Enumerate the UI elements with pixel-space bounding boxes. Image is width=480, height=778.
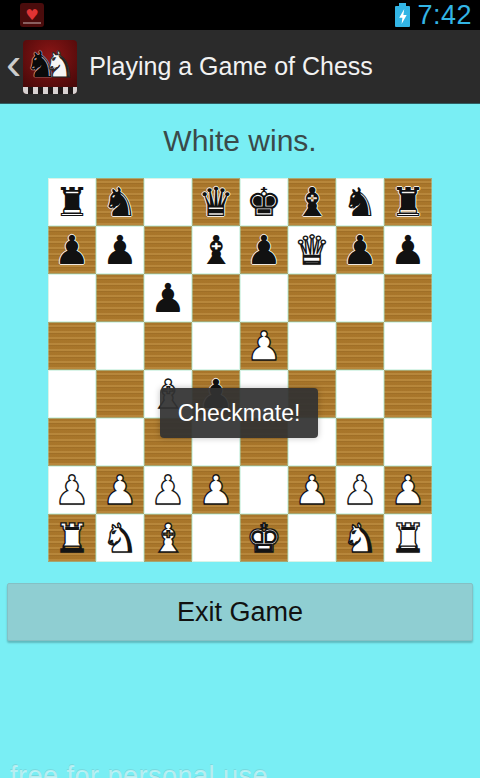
exit-game-button[interactable]: Exit Game	[7, 583, 473, 641]
piece-black-knight: ♞	[342, 182, 378, 222]
square-a3[interactable]	[48, 418, 96, 466]
square-g5[interactable]	[336, 322, 384, 370]
square-h3[interactable]	[384, 418, 432, 466]
square-b8[interactable]: ♞	[96, 178, 144, 226]
square-e8[interactable]: ♚	[240, 178, 288, 226]
piece-white-queen: ♛	[294, 230, 330, 270]
lightning-bolt-icon	[397, 9, 408, 24]
result-text: White wins.	[0, 124, 480, 158]
square-c5[interactable]	[144, 322, 192, 370]
page-title: Playing a Game of Chess	[89, 52, 372, 81]
piece-black-king: ♚	[246, 182, 282, 222]
chess-board: ♜♞♛♚♝♞♜♟♟♝♟♛♟♟♟♟♝♟♟♟♟♟♟♟♟♜♞♝♚♞♜	[48, 178, 432, 562]
square-f7[interactable]: ♛	[288, 226, 336, 274]
square-g8[interactable]: ♞	[336, 178, 384, 226]
square-h6[interactable]	[384, 274, 432, 322]
square-g1[interactable]: ♞	[336, 514, 384, 562]
checkmate-toast: Checkmate!	[160, 388, 318, 438]
square-c8[interactable]	[144, 178, 192, 226]
square-c6[interactable]: ♟	[144, 274, 192, 322]
square-a5[interactable]	[48, 322, 96, 370]
square-e7[interactable]: ♟	[240, 226, 288, 274]
piece-white-bishop: ♝	[150, 518, 186, 558]
square-g6[interactable]	[336, 274, 384, 322]
piece-white-king: ♚	[246, 518, 282, 558]
square-a8[interactable]: ♜	[48, 178, 96, 226]
watermark-text: free for personal use	[10, 761, 268, 778]
piece-white-rook: ♜	[390, 518, 426, 558]
square-d5[interactable]	[192, 322, 240, 370]
square-c1[interactable]: ♝	[144, 514, 192, 562]
square-a6[interactable]	[48, 274, 96, 322]
square-g7[interactable]: ♟	[336, 226, 384, 274]
square-d7[interactable]: ♝	[192, 226, 240, 274]
square-f1[interactable]	[288, 514, 336, 562]
piece-white-pawn: ♟	[342, 470, 378, 510]
piece-black-queen: ♛	[198, 182, 234, 222]
piece-white-pawn: ♟	[150, 470, 186, 510]
square-h2[interactable]: ♟	[384, 466, 432, 514]
square-b6[interactable]	[96, 274, 144, 322]
square-g3[interactable]	[336, 418, 384, 466]
piece-white-rook: ♜	[54, 518, 90, 558]
piece-black-rook: ♜	[54, 182, 90, 222]
square-b4[interactable]	[96, 370, 144, 418]
heart-icon: ♥	[25, 8, 38, 23]
piece-black-rook: ♜	[390, 182, 426, 222]
square-b2[interactable]: ♟	[96, 466, 144, 514]
square-e1[interactable]: ♚	[240, 514, 288, 562]
square-c7[interactable]	[144, 226, 192, 274]
piece-white-pawn: ♟	[294, 470, 330, 510]
piece-white-pawn: ♟	[198, 470, 234, 510]
square-d1[interactable]	[192, 514, 240, 562]
back-chevron-icon[interactable]: ‹	[6, 40, 21, 86]
square-b5[interactable]	[96, 322, 144, 370]
square-a1[interactable]: ♜	[48, 514, 96, 562]
piece-white-knight: ♞	[342, 518, 378, 558]
piece-white-pawn: ♟	[246, 326, 282, 366]
piece-white-pawn: ♟	[102, 470, 138, 510]
square-f6[interactable]	[288, 274, 336, 322]
piece-black-pawn: ♟	[150, 278, 186, 318]
battery-charging-icon	[395, 6, 410, 27]
notification-app-icon: ♥	[20, 3, 44, 27]
piece-black-pawn: ♟	[102, 230, 138, 270]
piece-black-pawn: ♟	[342, 230, 378, 270]
square-d2[interactable]: ♟	[192, 466, 240, 514]
square-b7[interactable]: ♟	[96, 226, 144, 274]
square-b3[interactable]	[96, 418, 144, 466]
exit-game-label: Exit Game	[177, 597, 303, 628]
piece-white-pawn: ♟	[54, 470, 90, 510]
square-h4[interactable]	[384, 370, 432, 418]
square-h8[interactable]: ♜	[384, 178, 432, 226]
square-a2[interactable]: ♟	[48, 466, 96, 514]
square-e6[interactable]	[240, 274, 288, 322]
piece-black-pawn: ♟	[390, 230, 426, 270]
square-c2[interactable]: ♟	[144, 466, 192, 514]
square-a7[interactable]: ♟	[48, 226, 96, 274]
app-icon[interactable]: ♞ ♞	[23, 40, 77, 94]
square-e5[interactable]: ♟	[240, 322, 288, 370]
piece-black-bishop: ♝	[198, 230, 234, 270]
square-h1[interactable]: ♜	[384, 514, 432, 562]
piece-black-pawn: ♟	[246, 230, 282, 270]
square-e2[interactable]	[240, 466, 288, 514]
checkerboard-strip	[23, 87, 77, 94]
piece-black-knight: ♞	[102, 182, 138, 222]
square-f5[interactable]	[288, 322, 336, 370]
square-b1[interactable]: ♞	[96, 514, 144, 562]
piece-white-knight: ♞	[102, 518, 138, 558]
square-f8[interactable]: ♝	[288, 178, 336, 226]
square-g4[interactable]	[336, 370, 384, 418]
square-d8[interactable]: ♛	[192, 178, 240, 226]
status-bar: ♥ 7:42	[0, 0, 480, 30]
piece-black-pawn: ♟	[54, 230, 90, 270]
status-clock: 7:42	[417, 0, 472, 30]
square-d6[interactable]	[192, 274, 240, 322]
piece-black-bishop: ♝	[294, 182, 330, 222]
toast-label: Checkmate!	[178, 400, 301, 427]
app-screen: ♥ 7:42 ‹ ♞ ♞ Playing a Game of Chess Whi…	[0, 0, 480, 778]
square-h7[interactable]: ♟	[384, 226, 432, 274]
square-g2[interactable]: ♟	[336, 466, 384, 514]
action-bar: ‹ ♞ ♞ Playing a Game of Chess	[0, 30, 480, 103]
piece-white-pawn: ♟	[390, 470, 426, 510]
square-f2[interactable]: ♟	[288, 466, 336, 514]
square-h5[interactable]	[384, 322, 432, 370]
square-a4[interactable]	[48, 370, 96, 418]
status-indicators: 7:42	[395, 0, 472, 30]
white-knight-icon: ♞	[43, 40, 75, 90]
